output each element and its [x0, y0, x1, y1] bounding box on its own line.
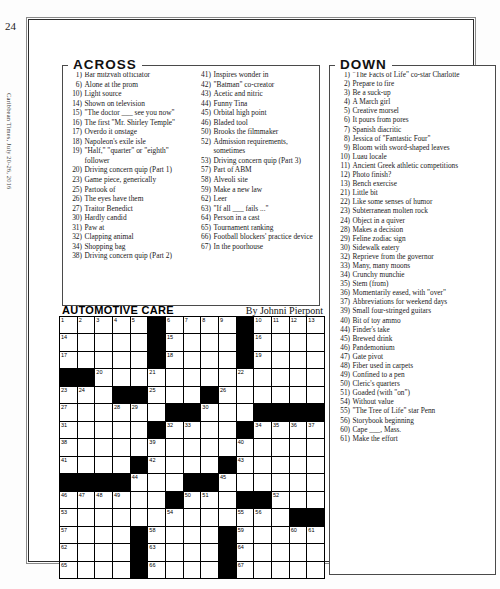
grid-cell[interactable] [78, 457, 95, 473]
grid-cell[interactable] [201, 439, 218, 455]
grid-cell[interactable] [307, 457, 324, 473]
grid-cell[interactable] [78, 544, 95, 560]
grid-cell[interactable] [113, 544, 130, 560]
cell-number: 26 [220, 387, 226, 393]
grid-cell[interactable]: 49 [113, 492, 130, 508]
clue-number: 33) [336, 261, 353, 270]
grid-cell[interactable] [254, 369, 271, 385]
grid-cell[interactable] [166, 387, 183, 403]
grid-cell[interactable]: 46 [60, 492, 77, 508]
clue-text: Storybook beginning [353, 416, 493, 425]
grid-cell[interactable] [290, 369, 307, 385]
grid-cell[interactable] [254, 387, 271, 403]
black-square [148, 334, 165, 350]
grid-cell[interactable]: 51 [201, 492, 218, 508]
grid-cell[interactable] [131, 439, 148, 455]
clue-text: Photo finish? [353, 170, 493, 179]
grid-cell[interactable]: 5 [131, 317, 148, 333]
grid-cell[interactable]: 66 [148, 562, 165, 578]
cell-number: 59 [238, 527, 244, 533]
grid-cell[interactable] [166, 369, 183, 385]
cell-number: 66 [149, 562, 155, 568]
cell-number: 10 [255, 317, 261, 323]
grid-cell[interactable] [113, 527, 130, 543]
grid-cell[interactable] [148, 492, 165, 508]
clue-text: Shopping bag [85, 242, 193, 252]
clue-text: Hardly candid [85, 213, 193, 223]
grid-cell[interactable] [131, 334, 148, 350]
grid-cell[interactable] [254, 474, 271, 490]
grid-cell[interactable] [201, 334, 218, 350]
grid-cell[interactable]: 1 [60, 317, 77, 333]
grid-cell[interactable] [184, 527, 201, 543]
grid-cell[interactable]: 50 [184, 492, 201, 508]
clue-number: 44) [336, 325, 353, 334]
clue-text: Feline zodiac sign [353, 234, 493, 243]
clue-number: 34) [336, 270, 353, 279]
grid-cell[interactable] [307, 544, 324, 560]
cell-number: 55 [238, 509, 244, 515]
clue-text: Bladed tool [213, 118, 315, 128]
clue-item: 11)Ancient Greek athletic competitions [336, 161, 492, 170]
grid-cell[interactable] [201, 544, 218, 560]
grid-cell[interactable]: 34 [254, 422, 271, 438]
grid-cell[interactable]: 11 [272, 317, 289, 333]
cell-number: 20 [96, 369, 102, 375]
grid-cell[interactable]: 47 [78, 492, 95, 508]
grid-cell[interactable]: 28 [113, 404, 130, 420]
grid-cell[interactable]: 59 [237, 527, 254, 543]
grid-cell[interactable]: 6 [166, 317, 183, 333]
grid-cell[interactable] [78, 404, 95, 420]
grid-cell[interactable]: 37 [307, 422, 324, 438]
grid-cell[interactable] [131, 509, 148, 525]
grid-cell[interactable]: 43 [237, 457, 254, 473]
clue-number: 8) [336, 134, 353, 143]
clue-number: 39) [336, 306, 353, 315]
grid-cell[interactable]: 65 [60, 562, 77, 578]
grid-cell[interactable] [254, 527, 271, 543]
grid-cell[interactable] [95, 387, 112, 403]
grid-cell[interactable] [78, 562, 95, 578]
grid-cell[interactable] [166, 544, 183, 560]
grid-cell[interactable]: 40 [237, 439, 254, 455]
grid-cell[interactable] [78, 334, 95, 350]
black-square [219, 527, 236, 543]
grid-cell[interactable] [272, 562, 289, 578]
grid-cell[interactable]: 16 [254, 334, 271, 350]
clue-text: "Batman" co-creator [213, 80, 315, 90]
grid-cell[interactable] [131, 369, 148, 385]
cell-number: 2 [79, 317, 82, 323]
grid-cell[interactable]: 13 [307, 317, 324, 333]
clue-number: 42) [197, 80, 214, 90]
clue-item: 13)Bench exercise [336, 179, 492, 188]
grid-cell[interactable]: 63 [148, 544, 165, 560]
grid-cell[interactable]: 12 [290, 317, 307, 333]
grid-cell[interactable] [307, 492, 324, 508]
clue-text: Fiber used in carpets [353, 361, 493, 370]
grid-cell[interactable] [78, 527, 95, 543]
grid-cell[interactable] [95, 334, 112, 350]
grid-cell[interactable] [290, 474, 307, 490]
grid-cell[interactable] [95, 562, 112, 578]
grid-cell[interactable]: 19 [254, 352, 271, 368]
clue-item: 12)Photo finish? [336, 170, 492, 179]
grid-cell[interactable] [307, 387, 324, 403]
grid-cell[interactable] [272, 352, 289, 368]
grid-cell[interactable]: 26 [219, 387, 236, 403]
clue-item: 37)Abbreviations for weekend days [336, 297, 492, 306]
clue-item: 55)"The Tree of Life" star Penn [336, 406, 492, 415]
clue-item: 14)Shown on television [68, 99, 193, 109]
clue-item: 65)Tournament ranking [197, 223, 315, 233]
clue-item: 57)Part of ABM [197, 165, 315, 175]
grid-cell[interactable] [113, 457, 130, 473]
grid-cell[interactable] [219, 404, 236, 420]
clue-number: 59) [197, 185, 214, 195]
grid-cell[interactable] [272, 334, 289, 350]
grid-cell[interactable] [272, 527, 289, 543]
clue-item: 40)Bit of toy ammo [336, 316, 492, 325]
clue-item: 56)Storybook beginning [336, 416, 492, 425]
clue-item: 26)The eyes have them [68, 194, 193, 204]
grid-cell[interactable] [78, 422, 95, 438]
grid-cell[interactable]: 44 [131, 474, 148, 490]
grid-cell[interactable] [272, 474, 289, 490]
grid-cell[interactable]: 22 [237, 369, 254, 385]
clue-item: 10)Light source [68, 89, 193, 99]
grid-cell[interactable] [113, 369, 130, 385]
clue-text: Cape ___, Mass. [353, 425, 493, 434]
grid-cell[interactable] [219, 334, 236, 350]
clue-text: Sidewalk eatery [353, 243, 493, 252]
cell-number: 32 [167, 422, 173, 428]
clue-number: 25) [68, 185, 85, 195]
grid-cell[interactable] [290, 334, 307, 350]
grid-cell[interactable] [166, 527, 183, 543]
clue-text: Clapping animal [85, 232, 193, 242]
grid-cell[interactable] [113, 334, 130, 350]
clue-item: 32)Clapping animal [68, 232, 193, 242]
grid-cell[interactable] [166, 562, 183, 578]
grid-cell[interactable] [166, 457, 183, 473]
grid-cell[interactable]: 15 [166, 334, 183, 350]
grid-cell[interactable]: 41 [60, 457, 77, 473]
black-square [60, 369, 77, 385]
grid-cell[interactable]: 4 [113, 317, 130, 333]
grid-cell[interactable]: 9 [219, 317, 236, 333]
clue-number: 31) [68, 223, 85, 233]
grid-cell[interactable] [290, 352, 307, 368]
grid-cell[interactable] [254, 544, 271, 560]
clue-number: 51) [336, 388, 353, 397]
grid-cell[interactable] [307, 562, 324, 578]
grid-cell[interactable]: 30 [201, 404, 218, 420]
clue-text: Brewed drink [353, 334, 493, 343]
clue-number: 34) [68, 242, 85, 252]
grid-cell[interactable] [201, 422, 218, 438]
grid-cell[interactable] [219, 369, 236, 385]
grid-cell[interactable] [201, 457, 218, 473]
clue-number: 9) [336, 143, 353, 152]
cell-number: 21 [149, 369, 155, 375]
grid-cell[interactable] [95, 404, 112, 420]
clue-number: 49) [336, 370, 353, 379]
grid-cell[interactable]: 39 [148, 439, 165, 455]
clue-item: 50)Cleric's quarters [336, 379, 492, 388]
clue-number: 48) [336, 361, 353, 370]
grid-cell[interactable] [113, 352, 130, 368]
grid-cell[interactable] [95, 457, 112, 473]
grid-cell[interactable]: 25 [148, 387, 165, 403]
cell-number: 45 [220, 474, 226, 480]
clue-item: 2)Prepare to fire [336, 79, 492, 88]
clue-text: Abbreviations for weekend days [353, 297, 493, 306]
cell-number: 36 [291, 422, 297, 428]
grid-cell[interactable] [148, 509, 165, 525]
grid-cell[interactable] [290, 562, 307, 578]
clue-text: Finder's take [353, 325, 493, 334]
grid-cell[interactable] [201, 509, 218, 525]
clue-item: 33)Many, many moons [336, 261, 492, 270]
grid-cell[interactable] [148, 404, 165, 420]
grid-cell[interactable] [307, 334, 324, 350]
clue-item: 34)Shopping bag [68, 242, 193, 252]
clue-number: 27) [68, 204, 85, 214]
grid-cell[interactable] [290, 544, 307, 560]
grid-cell[interactable]: 8 [201, 317, 218, 333]
black-square [131, 387, 148, 403]
cell-number: 28 [114, 404, 120, 410]
grid-cell[interactable] [78, 352, 95, 368]
clue-text: "The doctor ___ see you now" [85, 108, 193, 118]
grid-cell[interactable] [148, 474, 165, 490]
grid-cell[interactable] [272, 369, 289, 385]
grid-cell[interactable]: 33 [184, 422, 201, 438]
grid-cell[interactable] [201, 352, 218, 368]
clue-number: 52) [197, 137, 214, 156]
grid-cell[interactable] [307, 439, 324, 455]
grid-cell[interactable] [113, 439, 130, 455]
cell-number: 56 [255, 509, 261, 515]
grid-cell[interactable] [166, 474, 183, 490]
grid-cell[interactable] [254, 457, 271, 473]
grid-cell[interactable]: 61 [307, 527, 324, 543]
grid-cell[interactable] [131, 422, 148, 438]
grid-cell[interactable]: 67 [237, 562, 254, 578]
grid-cell[interactable] [254, 562, 271, 578]
grid-cell[interactable]: 38 [60, 439, 77, 455]
grid-cell[interactable]: 24 [78, 387, 95, 403]
grid-cell[interactable] [272, 439, 289, 455]
cell-number: 8 [202, 317, 205, 323]
grid-cell[interactable] [184, 509, 201, 525]
grid-cell[interactable] [201, 562, 218, 578]
clue-text: Acetic and nitric [213, 89, 315, 99]
clue-text: Leer [213, 194, 315, 204]
clue-item: 51)Goaded (with "on") [336, 388, 492, 397]
grid-cell[interactable] [95, 352, 112, 368]
grid-cell[interactable]: 62 [60, 544, 77, 560]
grid-cell[interactable] [78, 509, 95, 525]
grid-cell[interactable] [307, 352, 324, 368]
grid-cell[interactable] [184, 562, 201, 578]
grid-cell[interactable] [290, 457, 307, 473]
cell-number: 7 [185, 317, 188, 323]
grid-cell[interactable]: 7 [184, 317, 201, 333]
grid-cell[interactable] [166, 439, 183, 455]
grid-cell[interactable] [95, 439, 112, 455]
grid-cell[interactable] [184, 352, 201, 368]
grid-cell[interactable]: 2 [78, 317, 95, 333]
clue-number: 50) [197, 127, 214, 137]
cell-number: 40 [238, 439, 244, 445]
grid-cell[interactable]: 23 [60, 387, 77, 403]
grid-cell[interactable]: 64 [237, 544, 254, 560]
grid-cell[interactable] [113, 509, 130, 525]
clue-item: 9)Bloom with sword-shaped leaves [336, 143, 492, 152]
clue-number: 63) [197, 204, 214, 214]
grid-cell[interactable]: 32 [166, 422, 183, 438]
puzzle-page-frame: ACROSS 1)Bar mitzvah officiator6)Alone a… [28, 19, 474, 562]
grid-cell[interactable]: 35 [272, 422, 289, 438]
grid-cell[interactable]: 36 [290, 422, 307, 438]
cell-number: 14 [61, 334, 67, 340]
clue-item: 20)Driving concern quip (Part 1) [68, 165, 193, 175]
grid-cell[interactable] [184, 387, 201, 403]
grid-cell[interactable]: 57 [60, 527, 77, 543]
clue-number: 43) [197, 89, 214, 99]
black-square [237, 422, 254, 438]
cell-number: 57 [61, 527, 67, 533]
grid-cell[interactable] [237, 387, 254, 403]
grid-cell[interactable] [219, 352, 236, 368]
grid-cell[interactable] [219, 439, 236, 455]
clue-number: 18) [68, 137, 85, 147]
black-square [237, 492, 254, 508]
clue-item: 60)Cape ___, Mass. [336, 425, 492, 434]
clue-text: Like some senses of humor [353, 197, 493, 206]
grid-cell[interactable]: 31 [60, 422, 77, 438]
grid-cell[interactable] [272, 457, 289, 473]
grid-cell[interactable] [290, 439, 307, 455]
grid-cell[interactable] [78, 439, 95, 455]
clue-text: Funny Tina [213, 99, 315, 109]
clue-number: 26) [68, 194, 85, 204]
clue-number: 65) [197, 223, 214, 233]
black-square [201, 474, 218, 490]
grid-cell[interactable] [219, 422, 236, 438]
grid-cell[interactable] [307, 369, 324, 385]
grid-cell[interactable] [95, 544, 112, 560]
grid-cell[interactable] [290, 492, 307, 508]
black-square [60, 474, 77, 490]
grid-cell[interactable]: 20 [95, 369, 112, 385]
clue-text: Reprieve from the governor [353, 252, 493, 261]
grid-cell[interactable]: 17 [60, 352, 77, 368]
cell-number: 25 [149, 387, 155, 393]
clue-number: 36) [336, 288, 353, 297]
grid-cell[interactable] [272, 509, 289, 525]
grid-cell[interactable] [237, 404, 254, 420]
grid-cell[interactable] [254, 439, 271, 455]
grid-cell[interactable]: 48 [95, 492, 112, 508]
grid-cell[interactable] [201, 527, 218, 543]
grid-cell[interactable]: 14 [60, 334, 77, 350]
clue-number: 22) [336, 197, 353, 206]
grid-cell[interactable]: 56 [254, 509, 271, 525]
black-square [166, 404, 183, 420]
grid-cell[interactable] [290, 387, 307, 403]
clue-number: 10) [68, 89, 85, 99]
clue-item: 64)Person in a cast [197, 213, 315, 223]
grid-cell[interactable] [95, 527, 112, 543]
clue-number: 2) [336, 79, 353, 88]
cell-number: 58 [149, 527, 155, 533]
crossword-grid: 1234567891011121314151617181920212223242… [59, 316, 325, 579]
grid-cell[interactable] [184, 544, 201, 560]
clue-text: "Half," "quarter" or "eighth" follower [85, 146, 193, 165]
grid-cell[interactable] [184, 334, 201, 350]
cell-number: 38 [61, 439, 67, 445]
grid-cell[interactable] [219, 492, 236, 508]
grid-cell[interactable] [184, 439, 201, 455]
grid-cell[interactable] [307, 474, 324, 490]
grid-cell[interactable] [184, 369, 201, 385]
black-square [113, 474, 130, 490]
grid-cell[interactable] [272, 544, 289, 560]
grid-cell[interactable]: 42 [148, 457, 165, 473]
grid-cell[interactable]: 21 [148, 369, 165, 385]
grid-cell[interactable]: 52 [272, 492, 289, 508]
clue-number: 45) [336, 334, 353, 343]
grid-cell[interactable]: 45 [219, 474, 236, 490]
cell-number: 6 [167, 317, 170, 323]
clue-item: 10)Luau locale [336, 152, 492, 161]
black-square [184, 474, 201, 490]
grid-cell[interactable]: 55 [237, 509, 254, 525]
clue-item: 45)Orbital high point [197, 108, 315, 118]
grid-cell[interactable]: 3 [95, 317, 112, 333]
grid-cell[interactable]: 58 [148, 527, 165, 543]
clue-number: 14) [68, 99, 85, 109]
grid-cell[interactable] [201, 369, 218, 385]
grid-cell[interactable]: 60 [290, 527, 307, 543]
clue-item: 15)"The doctor ___ see you now" [68, 108, 193, 118]
grid-cell[interactable]: 18 [166, 352, 183, 368]
grid-cell[interactable]: 27 [60, 404, 77, 420]
cell-number: 64 [238, 544, 244, 550]
grid-cell[interactable] [131, 352, 148, 368]
grid-cell[interactable]: 10 [254, 317, 271, 333]
grid-cell[interactable] [95, 422, 112, 438]
grid-cell[interactable]: 29 [131, 404, 148, 420]
clue-text: Cleric's quarters [353, 379, 493, 388]
clue-number: 12) [336, 170, 353, 179]
grid-cell[interactable] [219, 509, 236, 525]
grid-cell[interactable] [272, 387, 289, 403]
grid-cell[interactable] [184, 457, 201, 473]
grid-cell[interactable] [131, 492, 148, 508]
grid-cell[interactable]: 53 [60, 509, 77, 525]
clue-number: 56) [336, 416, 353, 425]
grid-cell[interactable] [113, 562, 130, 578]
grid-cell[interactable] [113, 422, 130, 438]
grid-cell[interactable]: 54 [166, 509, 183, 525]
grid-cell[interactable] [95, 509, 112, 525]
grid-cell[interactable] [237, 474, 254, 490]
